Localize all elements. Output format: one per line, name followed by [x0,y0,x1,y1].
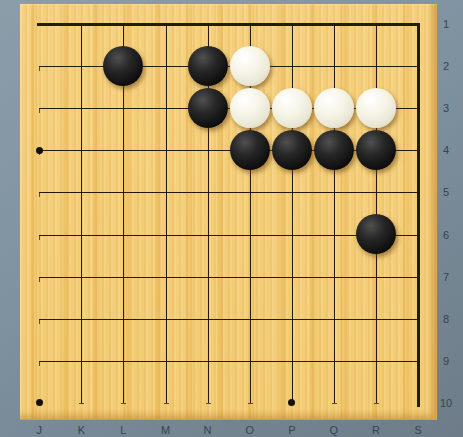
row-label-4: 4 [437,143,455,157]
board-point-Q4[interactable] [313,129,355,171]
board-point-L3[interactable] [102,87,144,129]
board-point-P7[interactable] [271,256,313,298]
board-point-M2[interactable] [144,45,186,87]
board-point-N5[interactable] [187,171,229,213]
board-point-R10[interactable] [355,382,397,424]
board-point-P3[interactable] [271,87,313,129]
board-point-M9[interactable] [144,340,186,382]
board-point-L10[interactable] [102,382,144,424]
board-point-N10[interactable] [187,382,229,424]
board-point-S1[interactable] [397,3,439,45]
board-point-K7[interactable] [60,256,102,298]
board-point-S3[interactable] [397,87,439,129]
board-point-R8[interactable] [355,298,397,340]
column-label-K: K [72,423,90,437]
board-point-N6[interactable] [187,213,229,255]
board-point-K10[interactable] [60,382,102,424]
board-point-K1[interactable] [60,3,102,45]
row-label-10: 10 [437,396,455,410]
column-label-L: L [114,423,132,437]
column-coordinate-labels: JKLMNOPQRS [20,419,436,437]
board-point-J8[interactable] [18,298,60,340]
board-point-N7[interactable] [187,256,229,298]
board-point-N1[interactable] [187,3,229,45]
board-point-O9[interactable] [229,340,271,382]
board-point-P5[interactable] [271,171,313,213]
column-label-M: M [157,423,175,437]
board-point-N8[interactable] [187,298,229,340]
column-label-R: R [367,423,385,437]
board-point-J4[interactable] [18,129,60,171]
board-point-M1[interactable] [144,3,186,45]
board-point-R4[interactable] [355,129,397,171]
board-point-R5[interactable] [355,171,397,213]
board-point-P8[interactable] [271,298,313,340]
board-point-R9[interactable] [355,340,397,382]
row-label-1: 1 [437,17,455,31]
board-point-M4[interactable] [144,129,186,171]
black-stone-R4 [356,130,396,170]
board-point-K9[interactable] [60,340,102,382]
row-label-3: 3 [437,101,455,115]
black-stone-Q4 [314,130,354,170]
board-point-P10[interactable] [271,382,313,424]
board-point-L8[interactable] [102,298,144,340]
white-stone-O3 [230,88,270,128]
board-point-K4[interactable] [60,129,102,171]
board-point-N2[interactable] [187,45,229,87]
board-point-R1[interactable] [355,3,397,45]
board-point-O4[interactable] [229,129,271,171]
board-point-O5[interactable] [229,171,271,213]
board-point-S7[interactable] [397,256,439,298]
board-point-M7[interactable] [144,256,186,298]
board-point-Q9[interactable] [313,340,355,382]
board-point-N9[interactable] [187,340,229,382]
board-point-O1[interactable] [229,3,271,45]
column-label-J: J [30,423,48,437]
board-point-S5[interactable] [397,171,439,213]
board-point-J7[interactable] [18,256,60,298]
board-point-K2[interactable] [60,45,102,87]
board-point-P9[interactable] [271,340,313,382]
row-label-7: 7 [437,270,455,284]
board-point-L6[interactable] [102,213,144,255]
board-point-Q1[interactable] [313,3,355,45]
black-stone-N3 [188,88,228,128]
board-point-Q6[interactable] [313,213,355,255]
row-label-6: 6 [437,228,455,242]
board-point-K8[interactable] [60,298,102,340]
board-point-M3[interactable] [144,87,186,129]
board-point-K6[interactable] [60,213,102,255]
board-point-M6[interactable] [144,213,186,255]
board-point-Q8[interactable] [313,298,355,340]
board-point-S4[interactable] [397,129,439,171]
board-point-S2[interactable] [397,45,439,87]
star-point-P10 [288,399,295,406]
board-point-O8[interactable] [229,298,271,340]
go-problem-viewer: JKLMNOPQRS 12345678910 [0,0,463,437]
board-point-O7[interactable] [229,256,271,298]
board-point-O2[interactable] [229,45,271,87]
board-point-L5[interactable] [102,171,144,213]
column-label-N: N [199,423,217,437]
board-point-L1[interactable] [102,3,144,45]
board-point-R3[interactable] [355,87,397,129]
board-point-P4[interactable] [271,129,313,171]
black-stone-L2 [103,46,143,86]
column-label-P: P [283,423,301,437]
board-point-O6[interactable] [229,213,271,255]
board-point-L4[interactable] [102,129,144,171]
board-point-M8[interactable] [144,298,186,340]
black-stone-N2 [188,46,228,86]
go-board[interactable] [20,4,437,420]
board-point-J1[interactable] [18,3,60,45]
white-stone-O2 [230,46,270,86]
board-point-S9[interactable] [397,340,439,382]
board-point-S10[interactable] [397,382,439,424]
board-point-Q7[interactable] [313,256,355,298]
black-stone-O4 [230,130,270,170]
board-point-L2[interactable] [102,45,144,87]
board-point-O10[interactable] [229,382,271,424]
board-point-Q10[interactable] [313,382,355,424]
board-point-K5[interactable] [60,171,102,213]
row-label-2: 2 [437,59,455,73]
board-point-J2[interactable] [18,45,60,87]
board-point-J9[interactable] [18,340,60,382]
board-point-L7[interactable] [102,256,144,298]
row-label-9: 9 [437,354,455,368]
board-point-R2[interactable] [355,45,397,87]
row-label-5: 5 [437,185,455,199]
board-point-Q2[interactable] [313,45,355,87]
board-point-N4[interactable] [187,129,229,171]
board-point-K3[interactable] [60,87,102,129]
board-point-J5[interactable] [18,171,60,213]
board-point-R7[interactable] [355,256,397,298]
board-point-L9[interactable] [102,340,144,382]
board-point-N3[interactable] [187,87,229,129]
row-label-8: 8 [437,312,455,326]
black-stone-P4 [272,130,312,170]
board-point-P6[interactable] [271,213,313,255]
board-intersection-grid [18,3,439,424]
black-stone-R6 [356,214,396,254]
board-point-Q5[interactable] [313,171,355,213]
board-point-M10[interactable] [144,382,186,424]
column-label-S: S [409,423,427,437]
star-point-J4 [36,147,43,154]
board-point-J10[interactable] [18,382,60,424]
white-stone-R3 [356,88,396,128]
board-point-M5[interactable] [144,171,186,213]
board-point-J6[interactable] [18,213,60,255]
white-stone-Q3 [314,88,354,128]
board-point-J3[interactable] [18,87,60,129]
board-point-P2[interactable] [271,45,313,87]
board-point-O3[interactable] [229,87,271,129]
star-point-J10 [36,399,43,406]
board-point-R6[interactable] [355,213,397,255]
board-point-S6[interactable] [397,213,439,255]
column-label-O: O [241,423,259,437]
column-label-Q: Q [325,423,343,437]
board-point-Q3[interactable] [313,87,355,129]
row-coordinate-labels: 12345678910 [436,4,463,419]
board-point-S8[interactable] [397,298,439,340]
board-point-P1[interactable] [271,3,313,45]
white-stone-P3 [272,88,312,128]
